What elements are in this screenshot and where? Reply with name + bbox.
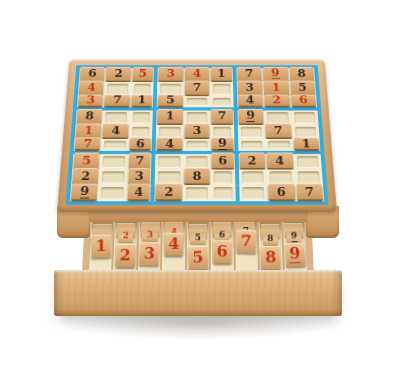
- tile-digit: 4: [193, 69, 201, 79]
- cell-recess: [186, 112, 207, 123]
- drawer-slot-1[interactable]: 1: [89, 220, 113, 274]
- tile-digit: 9: [80, 185, 90, 198]
- tile-digit: 2: [272, 95, 281, 105]
- wood-grain: [54, 270, 342, 316]
- drawer-tile-4[interactable]: 4: [164, 233, 184, 256]
- tile-4-black[interactable]: 4: [103, 123, 129, 138]
- cell-recess: [132, 112, 150, 123]
- cell-r4c4[interactable]: 1: [156, 110, 183, 124]
- cell-r7c2[interactable]: [100, 154, 128, 169]
- tile-digit: 3: [245, 82, 254, 92]
- cell-r9c9[interactable]: 7: [295, 185, 324, 201]
- cell-r5c5[interactable]: 3: [183, 125, 210, 140]
- cell-r6c9[interactable]: 1: [292, 139, 320, 154]
- cell-r5c2[interactable]: 4: [102, 125, 130, 140]
- tile-5-black[interactable]: 5: [290, 81, 315, 95]
- tile-digit: 7: [135, 155, 144, 166]
- tile-6-black[interactable]: 6: [80, 67, 105, 81]
- cell-r7c9[interactable]: [293, 154, 322, 169]
- cell-recess: [214, 187, 232, 199]
- cell-r4c7[interactable]: 9: [237, 110, 264, 124]
- tile-digit: 5: [139, 69, 148, 79]
- cell-recess: [186, 156, 208, 168]
- tile-digit: 4: [87, 82, 96, 92]
- cell-recess: [294, 112, 316, 123]
- tile-4-black[interactable]: 4: [127, 184, 150, 200]
- cell-r6c4[interactable]: 4: [156, 139, 184, 154]
- tile-digit: 8: [265, 250, 277, 265]
- drawer-tile-2[interactable]: 2: [115, 244, 135, 267]
- cell-recess: [296, 156, 319, 168]
- tile-digit: 4: [165, 138, 174, 149]
- tile-digit: 9: [246, 110, 255, 122]
- cell-r7c6[interactable]: 6: [211, 154, 239, 169]
- cell-r9c5[interactable]: [183, 185, 211, 201]
- tile-digit: 2: [248, 155, 257, 166]
- tile-digit: 8: [193, 170, 202, 181]
- cell-r9c2[interactable]: [98, 185, 127, 201]
- tile-digit: 1: [138, 95, 147, 105]
- tile-7-black[interactable]: 7: [105, 94, 130, 105]
- tile-6-black[interactable]: 6: [268, 184, 295, 200]
- cell-recess: [159, 126, 181, 137]
- cell-recess: [214, 171, 232, 183]
- tile-1-black[interactable]: 1: [293, 138, 319, 150]
- cell-r1c4[interactable]: 3: [158, 68, 184, 82]
- tile-digit: 1: [272, 82, 281, 92]
- tile-digit: 1: [84, 125, 93, 136]
- cell-r1c6[interactable]: 1: [210, 68, 236, 82]
- tile-3-red[interactable]: 3: [78, 94, 103, 105]
- cell-r4c9[interactable]: [291, 110, 319, 124]
- cell-recess: [105, 112, 127, 123]
- cell-recess: [158, 171, 180, 183]
- cell-recess: [213, 98, 230, 106]
- tile-digit: 7: [113, 95, 122, 105]
- board-frame: 6253417984731537154268179143776491576242…: [57, 59, 337, 212]
- tile-digit: 4: [168, 236, 179, 251]
- cell-recess: [294, 126, 316, 137]
- tile-4-red[interactable]: 4: [185, 67, 209, 81]
- tile-8-black[interactable]: 8: [184, 168, 210, 184]
- cell-r7c4[interactable]: [155, 154, 183, 169]
- cell-recess: [186, 98, 207, 106]
- tile-digit: 9: [289, 246, 301, 264]
- tile-digit: 6: [277, 186, 287, 198]
- cell-recess: [186, 187, 208, 199]
- cell-r1c3[interactable]: 5: [131, 68, 158, 82]
- cell-r8c5[interactable]: 8: [183, 170, 211, 186]
- tile-9-black[interactable]: 9: [238, 109, 263, 123]
- tile-digit: 5: [195, 234, 201, 243]
- tile-digit: 5: [192, 250, 204, 266]
- drawer-back-tile-9[interactable]: 9: [286, 231, 302, 243]
- tile-2-black[interactable]: 2: [72, 168, 99, 184]
- tile-digit: 7: [305, 186, 315, 198]
- tile-5-black[interactable]: 5: [158, 94, 183, 105]
- tile-digit: 8: [85, 111, 94, 121]
- tile-digit: 1: [166, 111, 175, 121]
- drawer-slot-5[interactable]: 55: [185, 220, 209, 274]
- tile-1-black[interactable]: 1: [157, 109, 182, 123]
- drawer-tile-5[interactable]: 5: [188, 246, 208, 270]
- tile-digit: 1: [217, 69, 225, 79]
- cell-r3c8[interactable]: 2: [263, 96, 290, 110]
- tile-digit: 7: [193, 82, 201, 92]
- tile-2-red[interactable]: 2: [264, 94, 289, 105]
- drawer-tile-1[interactable]: 1: [92, 234, 112, 258]
- cell-r3c3[interactable]: 1: [130, 96, 157, 110]
- cell-recess: [104, 141, 126, 149]
- cell-r8c7[interactable]: [239, 170, 267, 186]
- tile-digit: 2: [81, 170, 91, 181]
- drawer-slot-4[interactable]: 44: [160, 220, 185, 274]
- tile-digit: 3: [167, 69, 175, 79]
- cell-r9c8[interactable]: 6: [267, 185, 296, 201]
- tile-9-black[interactable]: 9: [71, 184, 98, 200]
- cell-r2c5[interactable]: 7: [184, 82, 211, 96]
- drawer-tile-3[interactable]: 3: [139, 242, 160, 266]
- tile-7-black[interactable]: 7: [185, 81, 210, 95]
- tile-5-red[interactable]: 5: [73, 153, 100, 168]
- cell-r5c8[interactable]: 7: [264, 125, 292, 140]
- tile-1-black[interactable]: 1: [211, 67, 232, 81]
- cell-r3c2[interactable]: 7: [103, 96, 130, 110]
- tile-4-black[interactable]: 4: [238, 94, 263, 105]
- sudoku-board: 6253417984731537154268179143776491576242…: [57, 59, 337, 212]
- drawer-tile-8[interactable]: 8: [261, 246, 281, 269]
- cell-recess: [101, 187, 124, 199]
- tile-digit: 2: [123, 232, 129, 241]
- tile-1-black[interactable]: 1: [131, 94, 152, 105]
- cell-r9c6[interactable]: [211, 185, 239, 201]
- tile-9-red[interactable]: 9: [263, 67, 288, 81]
- tile-digit: 4: [275, 155, 284, 166]
- cell-r9c1[interactable]: 9: [70, 185, 99, 201]
- drawer-back-tile-8[interactable]: 8: [262, 233, 277, 245]
- tile-3-black[interactable]: 3: [184, 123, 209, 138]
- tile-3-black[interactable]: 3: [128, 168, 151, 184]
- cell-recess: [160, 84, 181, 95]
- cell-r7c7[interactable]: 2: [238, 154, 266, 169]
- tile-7-red[interactable]: 7: [75, 138, 101, 150]
- tile-digit: 6: [88, 69, 97, 79]
- tile-digit: 3: [147, 231, 153, 240]
- cell-recess: [267, 112, 289, 123]
- tile-7-black[interactable]: 7: [265, 123, 291, 138]
- cell-recess: [107, 84, 128, 95]
- sudoku-grid: 6253417984731537154268179143776491576242…: [70, 68, 324, 201]
- cell-r9c4[interactable]: 2: [155, 185, 183, 201]
- drawer-back-tile-3[interactable]: 3: [142, 229, 157, 241]
- tile-digit: 2: [114, 69, 123, 79]
- cell-recess: [158, 156, 180, 168]
- cell-r3c5[interactable]: [184, 96, 211, 110]
- tile-digit: 8: [267, 235, 273, 244]
- tile-digit: 3: [144, 246, 156, 262]
- drawer-slot-3[interactable]: 33: [136, 220, 161, 274]
- tile-2-black[interactable]: 2: [239, 153, 265, 168]
- cell-r2c6[interactable]: [210, 82, 237, 96]
- tile-digit: 9: [271, 68, 280, 79]
- tile-digit: 2: [164, 186, 173, 198]
- cell-recess: [269, 171, 292, 183]
- cell-r3c9[interactable]: 6: [290, 96, 318, 110]
- tile-digit: 4: [134, 186, 143, 198]
- drawer-tile-9[interactable]: 9: [284, 243, 305, 266]
- tile-digit: 5: [298, 82, 307, 92]
- tile-4-black[interactable]: 4: [267, 153, 293, 168]
- tile-2-black[interactable]: 2: [156, 184, 182, 200]
- tile-digit: 3: [135, 170, 144, 181]
- tile-1-red[interactable]: 1: [75, 123, 101, 138]
- drawer-slot-6[interactable]: 66: [209, 220, 234, 274]
- tile-3-black[interactable]: 3: [237, 81, 262, 95]
- tile-6-red[interactable]: 6: [291, 94, 316, 105]
- tile-8-black[interactable]: 8: [289, 67, 314, 81]
- tile-3-red[interactable]: 3: [159, 67, 184, 81]
- cell-recess: [102, 171, 125, 183]
- tile-digit: 6: [219, 231, 225, 240]
- drawer-slot-9[interactable]: 99: [281, 220, 307, 274]
- cell-r5c7[interactable]: [237, 125, 265, 140]
- cell-recess: [242, 171, 264, 183]
- tile-digit: 2: [119, 248, 131, 263]
- cell-recess: [268, 141, 290, 149]
- cell-recess: [241, 141, 263, 149]
- cell-recess: [186, 141, 208, 149]
- tile-digit: 3: [86, 95, 95, 105]
- tile-digit: 4: [111, 125, 120, 136]
- tile-6-black[interactable]: 6: [212, 153, 234, 168]
- tile-digit: 4: [246, 95, 255, 105]
- cell-recess: [240, 126, 262, 137]
- drawer-slot-7[interactable]: 77: [233, 220, 258, 274]
- cell-recess: [213, 84, 230, 95]
- cell-r8c2[interactable]: [99, 170, 128, 186]
- drawer-back-tile-5[interactable]: 5: [190, 232, 205, 244]
- drawer-back-tile-2[interactable]: 2: [118, 230, 133, 242]
- cell-r6c5[interactable]: [183, 139, 210, 154]
- playfield: 6253417984731537154268179143776491576242…: [66, 65, 329, 204]
- cell-r1c2[interactable]: 2: [105, 68, 132, 82]
- tile-digit: 6: [217, 244, 228, 259]
- tile-digit: 7: [83, 138, 92, 149]
- tile-digit: 8: [297, 69, 306, 79]
- cell-r4c6[interactable]: 7: [210, 110, 237, 124]
- tile-2-black[interactable]: 2: [106, 67, 131, 81]
- cell-r9c7[interactable]: [239, 185, 268, 201]
- cell-r7c8[interactable]: 4: [266, 154, 294, 169]
- tile-digit: 5: [166, 95, 175, 105]
- tile-4-red[interactable]: 4: [79, 81, 104, 95]
- cell-recess: [242, 187, 265, 199]
- cell-r8c6[interactable]: [211, 170, 239, 186]
- tile-4-black[interactable]: 4: [157, 138, 183, 150]
- tile-digit: 1: [302, 138, 311, 149]
- cell-recess: [297, 171, 320, 183]
- tile-digit: 7: [241, 233, 252, 249]
- drawer-slot-2[interactable]: 22: [111, 220, 137, 274]
- tile-digit: 6: [136, 138, 145, 149]
- tile-digit: 7: [274, 125, 283, 136]
- tile-digit: 7: [245, 69, 254, 79]
- cell-r4c3[interactable]: [129, 110, 156, 124]
- tile-digit: 1: [96, 238, 107, 254]
- tile-9-black[interactable]: 9: [212, 138, 234, 150]
- tile-digit: 6: [218, 155, 227, 166]
- tile-7-black[interactable]: 7: [211, 109, 232, 123]
- cell-recess: [134, 84, 152, 95]
- tile-6-black[interactable]: 6: [129, 138, 151, 150]
- tile-digit: 5: [82, 155, 92, 166]
- photo-scene: 12233445566778899 6253417984731537154268…: [0, 0, 393, 370]
- drawer-tile-7[interactable]: 7: [236, 230, 256, 253]
- tile-5-red[interactable]: 5: [132, 67, 153, 81]
- tile-digit: 9: [218, 137, 227, 150]
- cell-r6c2[interactable]: [101, 139, 129, 154]
- tile-7-black[interactable]: 7: [237, 67, 262, 81]
- tile-digit: 6: [299, 95, 308, 105]
- tile-7-black[interactable]: 7: [129, 153, 151, 168]
- tile-1-red[interactable]: 1: [264, 81, 289, 95]
- tile-digit: 9: [291, 232, 298, 242]
- drawer-tile-6[interactable]: 6: [212, 240, 232, 263]
- tile-8-black[interactable]: 8: [77, 109, 103, 123]
- drawer-slots: 12233445566778899: [82, 220, 314, 274]
- cell-recess: [103, 156, 125, 168]
- cell-recess: [132, 126, 150, 137]
- tile-digit: 3: [193, 125, 202, 136]
- tile-7-black[interactable]: 7: [296, 184, 323, 200]
- drawer-front-panel[interactable]: [54, 270, 342, 316]
- tile-digit: 7: [218, 111, 227, 121]
- cell-r9c3[interactable]: 4: [126, 185, 155, 201]
- drawer-slot-8[interactable]: 88: [257, 220, 283, 274]
